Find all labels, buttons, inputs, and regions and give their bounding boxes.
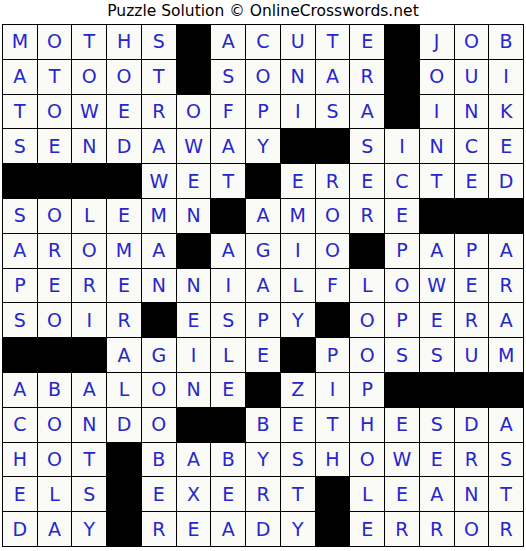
letter-cell: E [177,303,211,337]
block-cell [316,477,350,511]
cell-letter: T [84,32,96,51]
cell-letter: W [80,102,99,121]
letter-cell: N [72,408,106,442]
letter-cell: N [281,60,315,94]
cell-letter: R [361,67,374,86]
cell-letter: O [429,67,444,86]
cell-letter: O [47,102,62,121]
letter-cell: B [211,443,245,477]
letter-cell: I [281,95,315,129]
letter-cell: S [420,338,454,372]
block-cell [420,199,454,233]
cell-letter: E [188,520,200,539]
cell-letter: E [292,415,304,434]
letter-cell: C [455,129,489,163]
cell-letter: T [327,415,339,434]
cell-letter: D [13,520,28,539]
letter-cell: H [107,25,141,59]
cell-letter: N [186,276,200,295]
cell-letter: E [361,32,373,51]
cell-letter: H [325,450,339,469]
letter-cell: P [246,303,280,337]
cell-letter: R [465,450,478,469]
block-cell [107,443,141,477]
cell-letter: L [84,206,95,225]
letter-cell: E [350,25,384,59]
letter-cell: E [107,95,141,129]
letter-cell: M [281,199,315,233]
letter-cell: O [316,234,350,268]
cell-letter: C [256,32,269,51]
cell-letter: S [153,32,165,51]
cell-letter: I [399,137,405,156]
cell-letter: E [222,485,234,504]
cell-letter: N [82,415,96,434]
letter-cell: O [107,60,141,94]
letter-cell: P [246,95,280,129]
cell-letter: S [292,450,304,469]
letter-cell: P [455,234,489,268]
letter-cell: B [489,25,523,59]
cell-letter: A [152,137,165,156]
letter-cell: L [350,269,384,303]
block-cell [385,60,419,94]
letter-cell: O [350,443,384,477]
cell-letter: A [152,241,165,260]
letter-cell: Y [281,303,315,337]
letter-cell: A [316,60,350,94]
cell-letter: C [13,415,26,434]
cell-letter: U [464,346,478,365]
cell-letter: F [327,276,338,295]
block-cell [38,338,72,372]
letter-cell: L [350,477,384,511]
letter-cell: O [38,25,72,59]
cell-letter: I [503,67,509,86]
cell-letter: X [187,485,200,504]
cell-letter: T [49,67,61,86]
cell-letter: P [257,311,268,330]
letter-cell: E [281,164,315,198]
block-cell [420,373,454,407]
letter-cell: O [38,408,72,442]
cell-letter: M [290,206,306,225]
letter-cell: Y [246,443,280,477]
cell-letter: F [223,102,234,121]
letter-cell: H [316,443,350,477]
cell-letter: H [117,32,131,51]
letter-cell: R [455,443,489,477]
letter-cell: O [350,303,384,337]
letter-cell: F [316,269,350,303]
letter-cell: L [38,477,72,511]
cell-letter: L [292,276,303,295]
letter-cell: S [316,95,350,129]
letter-cell: A [246,199,280,233]
block-cell [177,408,211,442]
cell-letter: G [151,346,166,365]
block-cell [211,408,245,442]
letter-cell: E [385,408,419,442]
cell-letter: O [325,241,340,260]
cell-letter: R [48,241,61,260]
cell-letter: T [327,32,339,51]
crossword-grid: MOTHSACUTEJOBATOOTSONAROUITOWEROFPISAINK… [2,24,524,547]
cell-letter: N [82,137,96,156]
cell-letter: R [465,311,478,330]
letter-cell: P [385,234,419,268]
letter-cell: S [3,199,37,233]
letter-cell: R [107,303,141,337]
cell-letter: E [188,172,200,191]
letter-cell: E [350,164,384,198]
letter-cell: R [350,60,384,94]
cell-letter: I [434,102,440,121]
cell-letter: A [361,102,374,121]
letter-cell: A [107,338,141,372]
letter-cell: H [3,443,37,477]
letter-cell: O [38,95,72,129]
cell-letter: P [466,241,477,260]
cell-letter: N [186,206,200,225]
letter-cell: S [3,129,37,163]
cell-letter: R [256,485,269,504]
block-cell [177,234,211,268]
cell-letter: E [396,485,408,504]
block-cell [385,25,419,59]
cell-letter: E [465,276,477,295]
cell-letter: O [464,32,479,51]
letter-cell: S [385,338,419,372]
letter-cell: G [142,338,176,372]
letter-cell: E [385,199,419,233]
cell-letter: W [427,276,446,295]
letter-cell: S [142,25,176,59]
cell-letter: B [48,380,61,399]
letter-cell: P [3,269,37,303]
cell-letter: I [87,311,93,330]
letter-cell: R [246,477,280,511]
cell-letter: W [184,137,203,156]
letter-cell: W [177,129,211,163]
cell-letter: P [361,380,372,399]
page-title: Puzzle Solution © OnlineCrosswords.net [0,0,526,23]
cell-letter: A [256,276,269,295]
letter-cell: T [489,477,523,511]
cell-letter: T [431,172,443,191]
cell-letter: E [222,380,234,399]
letter-cell: O [38,443,72,477]
cell-letter: S [500,450,512,469]
cell-letter: A [83,380,96,399]
block-cell [3,338,37,372]
block-cell [489,199,523,233]
letter-cell: O [38,199,72,233]
cell-letter: P [14,276,25,295]
letter-cell: M [489,338,523,372]
cell-letter: O [47,415,62,434]
cell-letter: L [119,380,130,399]
letter-cell: B [38,373,72,407]
letter-cell: I [489,60,523,94]
cell-letter: S [326,102,338,121]
letter-cell: T [316,408,350,442]
letter-cell: R [455,303,489,337]
cell-letter: T [84,450,96,469]
cell-letter: B [256,415,269,434]
letter-cell: E [107,269,141,303]
letter-cell: S [350,129,384,163]
block-cell [3,164,37,198]
cell-letter: A [500,311,513,330]
letter-cell: E [211,373,245,407]
cell-letter: T [14,102,26,121]
letter-cell: I [211,269,245,303]
cell-letter: O [360,450,375,469]
letter-cell: D [455,408,489,442]
letter-cell: A [489,408,523,442]
cell-letter: Y [292,520,304,539]
letter-cell: C [3,408,37,442]
letter-cell: U [455,338,489,372]
letter-cell: N [420,129,454,163]
letter-cell: E [211,477,245,511]
cell-letter: A [13,380,26,399]
cell-letter: H [360,415,374,434]
cell-letter: S [431,415,443,434]
cell-letter: P [327,346,338,365]
cell-letter: Y [84,520,96,539]
cell-letter: A [222,32,235,51]
cell-letter: U [464,67,478,86]
cell-letter: O [82,241,97,260]
cell-letter: A [500,415,513,434]
letter-cell: E [489,129,523,163]
cell-letter: S [14,137,26,156]
block-cell [316,303,350,337]
letter-cell: S [420,408,454,442]
letter-cell: O [350,338,384,372]
cell-letter: I [330,380,336,399]
cell-letter: E [396,206,408,225]
letter-cell: X [177,477,211,511]
cell-letter: Y [257,450,269,469]
cell-letter: A [48,520,61,539]
letter-cell: N [455,477,489,511]
letter-cell: A [489,234,523,268]
cell-letter: D [499,172,514,191]
cell-letter: Z [291,380,304,399]
letter-cell: A [72,373,106,407]
letter-cell: E [177,512,211,546]
block-cell [246,164,280,198]
cell-letter: R [395,520,408,539]
cell-letter: Y [257,137,269,156]
cell-letter: E [431,311,443,330]
cell-letter: I [295,102,301,121]
letter-cell: A [3,234,37,268]
letter-cell: T [420,164,454,198]
cell-letter: R [152,102,165,121]
cell-letter: E [188,311,200,330]
letter-cell: O [142,408,176,442]
letter-cell: S [211,303,245,337]
letter-cell: O [72,234,106,268]
cell-letter: P [257,102,268,121]
letter-cell: E [3,477,37,511]
letter-cell: W [72,95,106,129]
cell-letter: I [225,276,231,295]
cell-letter: D [117,415,132,434]
letter-cell: A [211,129,245,163]
cell-letter: U [291,32,305,51]
letter-cell: W [385,443,419,477]
letter-cell: R [38,234,72,268]
letter-cell: B [246,408,280,442]
cell-letter: R [361,206,374,225]
letter-cell: K [489,95,523,129]
cell-letter: K [500,102,512,121]
block-cell [350,234,384,268]
letter-cell: E [420,303,454,337]
letter-cell: S [3,303,37,337]
letter-cell: T [211,164,245,198]
cell-letter: E [465,172,477,191]
block-cell [316,129,350,163]
letter-cell: R [489,269,523,303]
letter-cell: O [455,25,489,59]
cell-letter: S [431,346,443,365]
letter-cell: L [281,269,315,303]
letter-cell: T [38,60,72,94]
cell-letter: N [430,137,444,156]
cell-letter: A [500,241,513,260]
letter-cell: O [316,199,350,233]
letter-cell: O [72,60,106,94]
letter-cell: R [142,95,176,129]
cell-letter: A [13,241,26,260]
letter-cell: O [142,373,176,407]
letter-cell: E [246,338,280,372]
cell-letter: C [395,172,408,191]
letter-cell: O [385,269,419,303]
letter-cell: R [350,199,384,233]
letter-cell: N [72,129,106,163]
letter-cell: L [107,373,141,407]
cell-letter: R [326,172,339,191]
letter-cell: R [420,512,454,546]
cell-letter: A [430,241,443,260]
cell-letter: M [498,346,514,365]
cell-letter: E [431,450,443,469]
letter-cell: W [142,164,176,198]
letter-cell: D [107,408,141,442]
cell-letter: O [464,520,479,539]
cell-letter: A [13,67,26,86]
cell-letter: O [117,67,132,86]
cell-letter: P [396,241,407,260]
cell-letter: L [49,485,60,504]
block-cell [246,373,280,407]
letter-cell: T [72,25,106,59]
block-cell [107,512,141,546]
letter-cell: A [211,25,245,59]
letter-cell: S [72,477,106,511]
letter-cell: G [246,234,280,268]
cell-letter: A [256,206,269,225]
block-cell [72,164,106,198]
cell-letter: E [118,102,130,121]
cell-letter: E [153,485,165,504]
letter-cell: A [420,234,454,268]
cell-letter: E [118,276,130,295]
letter-cell: M [107,234,141,268]
letter-cell: A [142,129,176,163]
cell-letter: A [187,450,200,469]
letter-cell: N [177,373,211,407]
letter-cell: S [281,443,315,477]
letter-cell: A [3,373,37,407]
cell-letter: R [152,520,165,539]
cell-letter: A [222,137,235,156]
letter-cell: B [142,443,176,477]
letter-cell: I [420,95,454,129]
letter-cell: O [246,60,280,94]
letter-cell: M [3,25,37,59]
cell-letter: L [362,485,373,504]
letter-cell: C [246,25,280,59]
letter-cell: F [211,95,245,129]
letter-cell: E [420,443,454,477]
cell-letter: O [325,206,340,225]
letter-cell: A [142,234,176,268]
letter-cell: E [455,269,489,303]
block-cell [489,373,523,407]
letter-cell: N [142,269,176,303]
cell-letter: T [500,485,512,504]
cell-letter: E [500,137,512,156]
letter-cell: E [38,269,72,303]
letter-cell: S [489,443,523,477]
cell-letter: M [116,241,132,260]
cell-letter: E [396,415,408,434]
letter-cell: E [281,408,315,442]
cell-letter: N [186,380,200,399]
letter-cell: I [385,129,419,163]
cell-letter: I [295,241,301,260]
letter-cell: T [316,25,350,59]
cell-letter: H [13,450,27,469]
letter-cell: A [246,269,280,303]
cell-letter: R [500,276,513,295]
cell-letter: A [222,520,235,539]
cell-letter: D [256,520,271,539]
letter-cell: O [177,95,211,129]
cell-letter: W [149,172,168,191]
letter-cell: M [142,199,176,233]
block-cell [385,373,419,407]
letter-cell: N [177,199,211,233]
block-cell [316,512,350,546]
cell-letter: E [118,206,130,225]
letter-cell: E [455,164,489,198]
cell-letter: I [191,346,197,365]
cell-letter: S [222,67,234,86]
letter-cell: A [211,512,245,546]
cell-letter: A [222,241,235,260]
cell-letter: S [396,346,408,365]
letter-cell: A [177,443,211,477]
